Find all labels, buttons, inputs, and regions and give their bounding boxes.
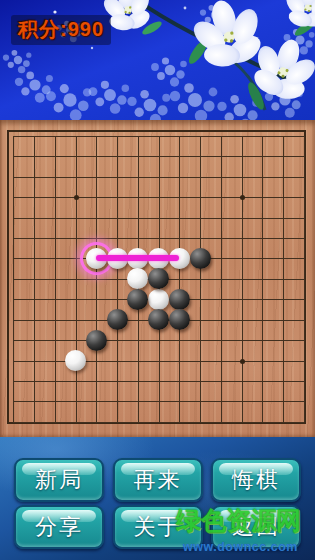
win-line	[96, 255, 179, 261]
white-stone	[148, 289, 169, 310]
star-point	[240, 359, 245, 364]
black-stone	[86, 330, 107, 351]
new-game-label: 新局	[35, 465, 83, 495]
button-row-1: 新局 再来 悔棋	[14, 458, 301, 502]
undo-button[interactable]: 悔棋	[211, 458, 301, 502]
about-label: 关于	[134, 512, 182, 542]
black-stone	[169, 309, 190, 330]
grid-line-v	[262, 136, 263, 422]
retry-button[interactable]: 再来	[113, 458, 203, 502]
share-label: 分享	[35, 512, 83, 542]
star-point	[240, 195, 245, 200]
grid-line-v	[179, 136, 180, 422]
grid-line-v	[242, 136, 243, 422]
share-button[interactable]: 分享	[14, 505, 104, 549]
about-button[interactable]: 关于	[113, 505, 203, 549]
grid-line-v	[200, 136, 201, 422]
grid-line-h	[13, 340, 304, 341]
button-row-2: 分享 关于 返回	[14, 505, 301, 549]
grid-line-h	[13, 422, 304, 423]
back-label: 返回	[232, 512, 280, 542]
grid-line-h	[13, 401, 304, 402]
app-screen: 积分:990 新局 再来 悔棋 分享 关于 返回 绿色资源网 www.downc…	[0, 0, 315, 560]
grid-line-v	[283, 136, 284, 422]
control-panel: 新局 再来 悔棋 分享 关于 返回	[0, 437, 315, 560]
undo-label: 悔棋	[232, 465, 280, 495]
black-stone	[169, 289, 190, 310]
white-stone	[65, 350, 86, 371]
grid-line-h	[13, 381, 304, 382]
grid-line-v	[304, 136, 305, 422]
black-stone	[107, 309, 128, 330]
back-button[interactable]: 返回	[211, 505, 301, 549]
black-stone	[190, 248, 211, 269]
new-game-button[interactable]: 新局	[14, 458, 104, 502]
grid-line-v	[221, 136, 222, 422]
retry-label: 再来	[134, 465, 182, 495]
grid-line-h	[13, 361, 304, 362]
star-point	[74, 195, 79, 200]
